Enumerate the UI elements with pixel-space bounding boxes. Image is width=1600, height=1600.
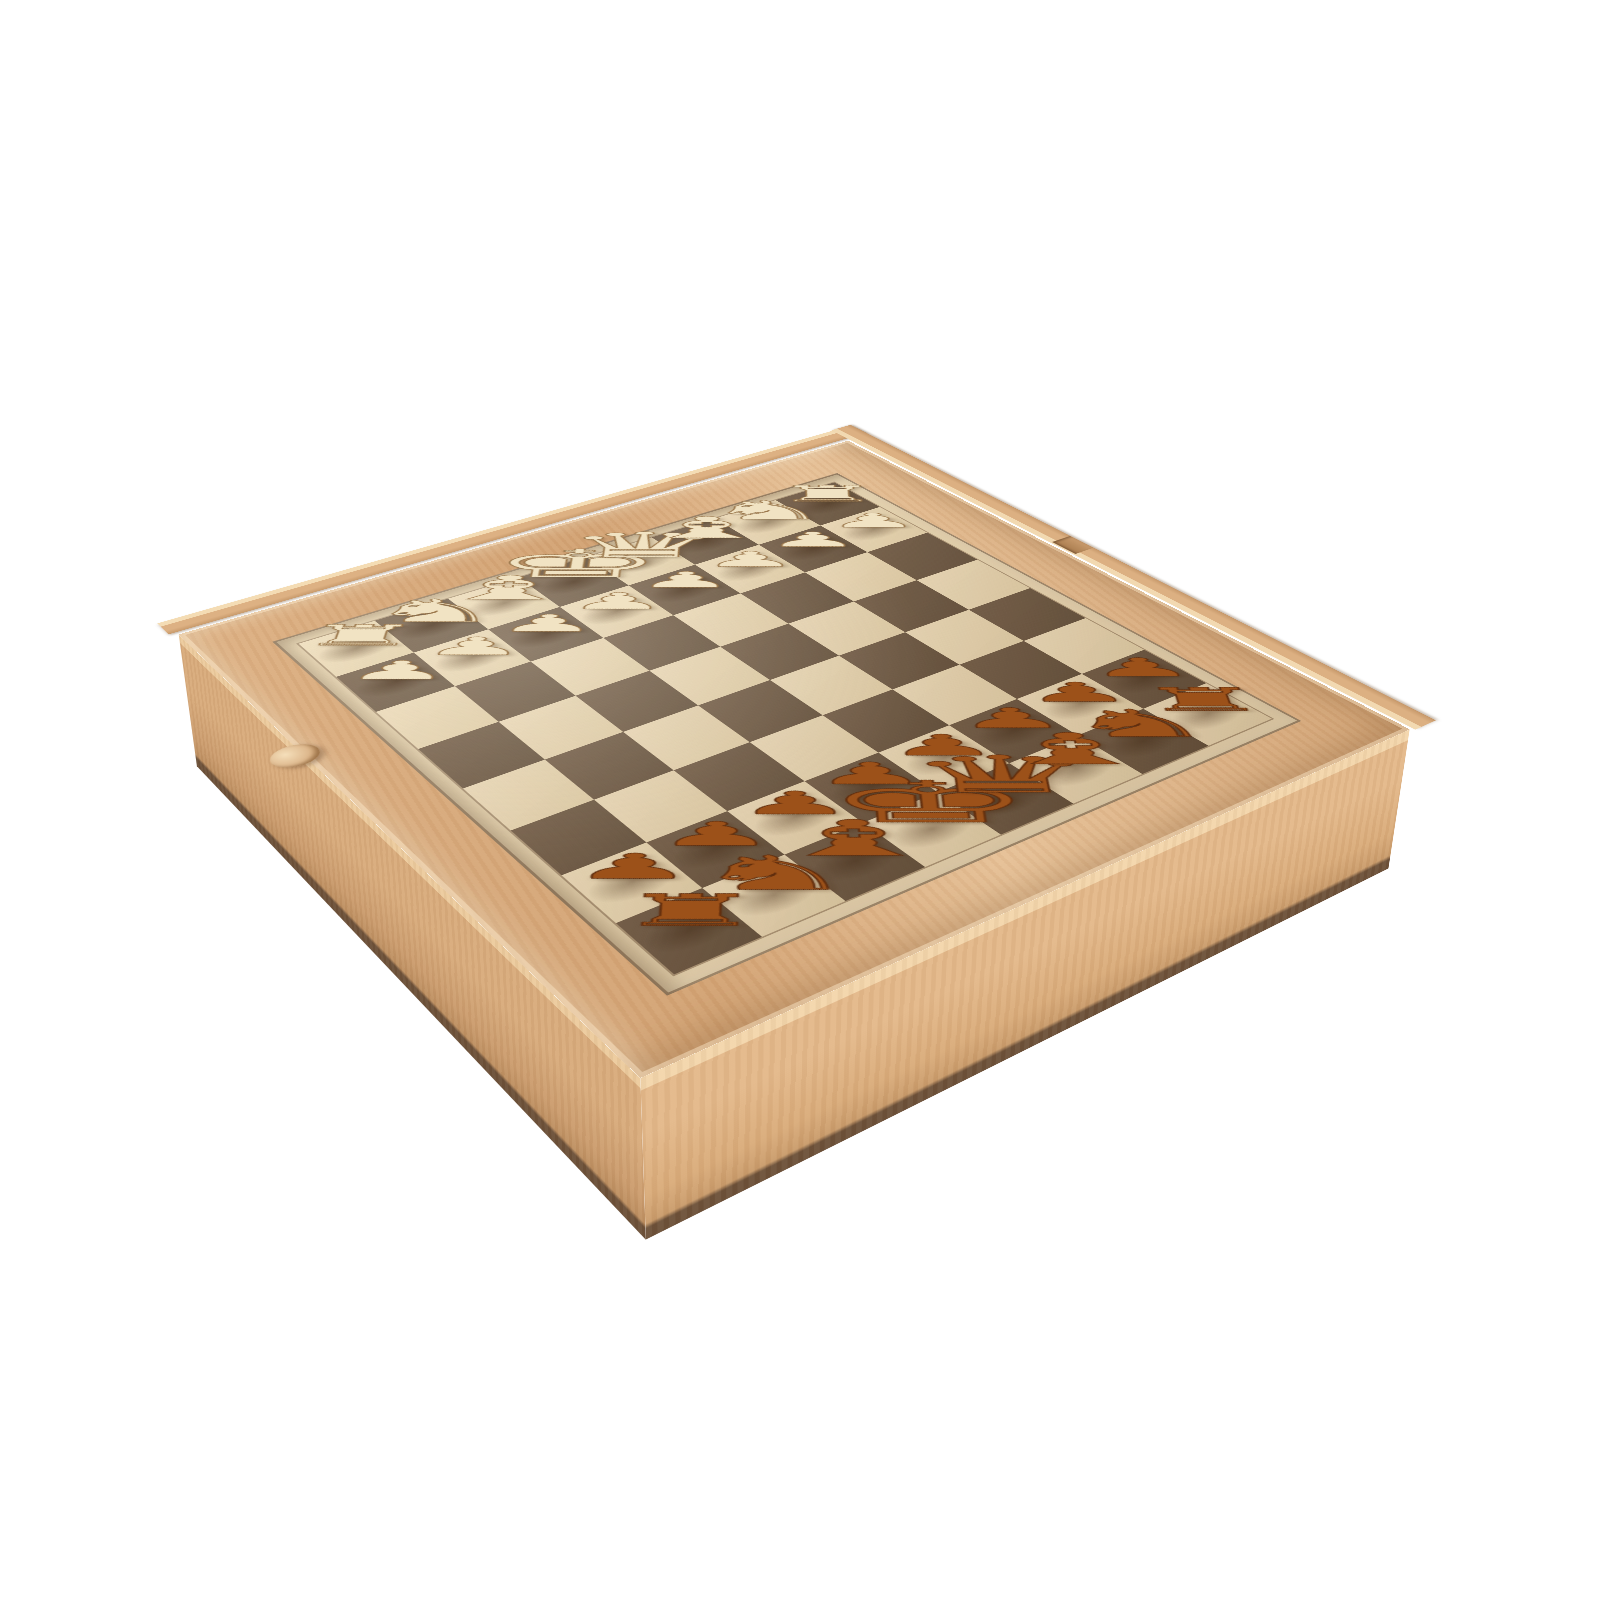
product-photo-stage: ♜♞♝♚♛♝♞♜♟♟♟♟♟♟♟♟♟♟♟♟♟♟♟♟♜♞♝♚♛♝♞♜ [0, 0, 1600, 1600]
wooden-chess-box-top: ♜♞♝♚♛♝♞♜♟♟♟♟♟♟♟♟♟♟♟♟♟♟♟♟♜♞♝♚♛♝♞♜ [179, 441, 1410, 1078]
perspective-scene: ♜♞♝♚♛♝♞♜♟♟♟♟♟♟♟♟♟♟♟♟♟♟♟♟♜♞♝♚♛♝♞♜ [0, 0, 1600, 1600]
